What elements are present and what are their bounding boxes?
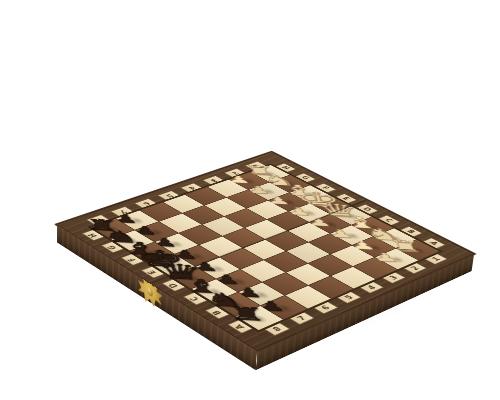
coord-text: H: [87, 232, 99, 237]
square-b8[interactable]: ♞: [214, 293, 260, 316]
square-c6[interactable]: [241, 261, 285, 282]
white-pawn-c2[interactable]: ♟: [327, 228, 355, 240]
coord-text: G: [107, 244, 119, 250]
square-c4[interactable]: [287, 243, 330, 263]
square-d7[interactable]: ♟: [196, 257, 240, 278]
coord-text: 4: [366, 285, 377, 291]
black-rook-a8[interactable]: ♜: [227, 305, 267, 324]
coord-text: 3: [208, 178, 218, 182]
square-e6[interactable]: [199, 236, 242, 256]
coord-text: 4: [186, 185, 196, 190]
coord-text: 6: [141, 201, 151, 206]
coord-text: D: [362, 207, 373, 212]
coord-text: 7: [296, 315, 308, 321]
square-b7[interactable]: ♟: [239, 283, 284, 306]
piece-shadow: [225, 274, 255, 289]
square-d5[interactable]: [243, 239, 286, 259]
coord-text: B: [211, 309, 223, 315]
coord-text: C: [384, 218, 395, 223]
coord-text: B: [406, 229, 417, 234]
coord-text: D: [168, 282, 180, 288]
coord-text: 1: [431, 256, 442, 261]
coord-text: E: [147, 269, 158, 274]
square-b3[interactable]: [331, 246, 374, 266]
piece-shadow: [200, 284, 230, 300]
piece-shadow: [179, 271, 209, 286]
square-d6[interactable]: [220, 248, 263, 269]
scene: HGFEDCBA HGFEDCBA 12345678 12345678 ♜♞♝♚…: [0, 0, 500, 400]
square-b5[interactable]: [286, 264, 330, 286]
black-pawn-b7[interactable]: ♟: [235, 286, 264, 299]
coord-text: F: [127, 257, 138, 262]
piece-shadow: [222, 297, 253, 313]
square-c7[interactable]: ♟: [217, 270, 261, 292]
coord-text: H: [280, 165, 291, 169]
coord-text: 5: [343, 294, 355, 300]
coord-text: 5: [164, 193, 174, 198]
coord-text: C: [189, 296, 201, 302]
coord-text: 6: [320, 305, 332, 311]
black-pawn-a7[interactable]: ♟: [257, 299, 287, 313]
chessboard: HGFEDCBA HGFEDCBA 12345678 12345678 ♜♞♝♚…: [54, 151, 477, 353]
black-pawn-c7[interactable]: ♟: [213, 273, 241, 286]
coord-tile: E: [141, 266, 166, 279]
coord-text: A: [234, 323, 247, 329]
piece-shadow: [203, 261, 232, 276]
piece-shadow: [269, 300, 300, 316]
coord-text: 8: [271, 326, 283, 332]
coord-text: A: [428, 241, 439, 246]
square-b4[interactable]: [309, 255, 352, 276]
coord-text: 3: [388, 275, 399, 281]
square-b6[interactable]: [263, 273, 307, 295]
product-photo-chess-set: HGFEDCBA HGFEDCBA 12345678 12345678 ♜♞♝♚…: [0, 0, 500, 400]
scene-rotation: HGFEDCBA HGFEDCBA 12345678 12345678 ♜♞♝♚…: [0, 0, 500, 400]
coord-text: G: [300, 175, 311, 180]
square-c5[interactable]: [264, 251, 307, 272]
brass-clasp-pin: [147, 287, 153, 298]
fold-seam-front: [149, 283, 151, 302]
coord-text: 2: [410, 265, 421, 271]
white-pawn-a2[interactable]: ♟: [371, 251, 400, 263]
piece-shadow: [247, 287, 277, 303]
coord-tile: 2: [403, 262, 427, 274]
square-c8[interactable]: ♝: [192, 279, 237, 302]
